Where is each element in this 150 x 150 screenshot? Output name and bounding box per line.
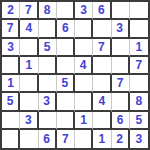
cell-r6c4[interactable] xyxy=(57,93,75,111)
cell-r4c6[interactable] xyxy=(93,57,111,75)
cell-r3c7[interactable] xyxy=(112,39,130,57)
cell-r4c1[interactable] xyxy=(2,57,20,75)
cell-r2c5[interactable] xyxy=(75,20,93,38)
cell-r7c2[interactable]: 3 xyxy=(20,112,38,130)
cell-r7c4[interactable] xyxy=(57,112,75,130)
bricks-board: 2 7 8 3 6 7 4 6 3 3 5 7 1 1 4 7 1 5 xyxy=(0,0,150,150)
cell-r6c2[interactable] xyxy=(20,93,38,111)
cell-r2c4[interactable]: 6 xyxy=(57,20,75,38)
cell-r3c2[interactable] xyxy=(20,39,38,57)
cell-r8c3[interactable]: 6 xyxy=(39,130,57,148)
cell-r5c3[interactable] xyxy=(39,75,57,93)
cell-r2c1[interactable]: 7 xyxy=(2,20,20,38)
cell-r3c3[interactable]: 5 xyxy=(39,39,57,57)
cell-r4c3[interactable] xyxy=(39,57,57,75)
cell-r2c7[interactable]: 3 xyxy=(112,20,130,38)
cell-r1c2[interactable]: 7 xyxy=(20,2,38,20)
cell-r5c5[interactable] xyxy=(75,75,93,93)
cell-r5c4[interactable]: 5 xyxy=(57,75,75,93)
cell-r2c2[interactable]: 4 xyxy=(20,20,38,38)
cell-r1c4[interactable] xyxy=(57,2,75,20)
cell-r5c2[interactable] xyxy=(20,75,38,93)
cell-r7c7[interactable]: 6 xyxy=(112,112,130,130)
cell-r8c7[interactable]: 2 xyxy=(112,130,130,148)
cell-r1c7[interactable] xyxy=(112,2,130,20)
cell-r1c1[interactable]: 2 xyxy=(2,2,20,20)
cell-r6c6[interactable]: 4 xyxy=(93,93,111,111)
cell-r8c8[interactable]: 3 xyxy=(130,130,148,148)
cell-r6c8[interactable]: 8 xyxy=(130,93,148,111)
cell-r2c3[interactable] xyxy=(39,20,57,38)
cell-r1c3[interactable]: 8 xyxy=(39,2,57,20)
cell-r6c7[interactable] xyxy=(112,93,130,111)
cell-r8c2[interactable] xyxy=(20,130,38,148)
cell-r5c1[interactable]: 1 xyxy=(2,75,20,93)
cell-r7c8[interactable]: 5 xyxy=(130,112,148,130)
cell-r3c5[interactable] xyxy=(75,39,93,57)
cell-r8c6[interactable]: 1 xyxy=(93,130,111,148)
cell-r5c6[interactable] xyxy=(93,75,111,93)
cell-r4c5[interactable]: 4 xyxy=(75,57,93,75)
puzzle-screenshot: 2 7 8 3 6 7 4 6 3 3 5 7 1 1 4 7 1 5 xyxy=(0,0,150,150)
cell-r6c5[interactable] xyxy=(75,93,93,111)
cell-r3c1[interactable]: 3 xyxy=(2,39,20,57)
cell-r3c8[interactable]: 1 xyxy=(130,39,148,57)
cell-r5c7[interactable]: 7 xyxy=(112,75,130,93)
cell-r1c8[interactable] xyxy=(130,2,148,20)
cell-r1c5[interactable]: 3 xyxy=(75,2,93,20)
cell-r7c6[interactable] xyxy=(93,112,111,130)
cell-r3c4[interactable] xyxy=(57,39,75,57)
cell-r6c1[interactable]: 5 xyxy=(2,93,20,111)
cell-r4c2[interactable]: 1 xyxy=(20,57,38,75)
cell-r4c7[interactable] xyxy=(112,57,130,75)
cell-r8c1[interactable] xyxy=(2,130,20,148)
cell-r3c6[interactable]: 7 xyxy=(93,39,111,57)
cell-r4c4[interactable] xyxy=(57,57,75,75)
cell-r7c3[interactable] xyxy=(39,112,57,130)
cell-r8c5[interactable] xyxy=(75,130,93,148)
cell-r7c1[interactable] xyxy=(2,112,20,130)
cell-r7c5[interactable]: 1 xyxy=(75,112,93,130)
cell-r5c8[interactable] xyxy=(130,75,148,93)
cell-r4c8[interactable]: 7 xyxy=(130,57,148,75)
cell-r2c8[interactable] xyxy=(130,20,148,38)
cell-r2c6[interactable] xyxy=(93,20,111,38)
cell-r8c4[interactable]: 7 xyxy=(57,130,75,148)
cell-r1c6[interactable]: 6 xyxy=(93,2,111,20)
cell-r6c3[interactable]: 3 xyxy=(39,93,57,111)
